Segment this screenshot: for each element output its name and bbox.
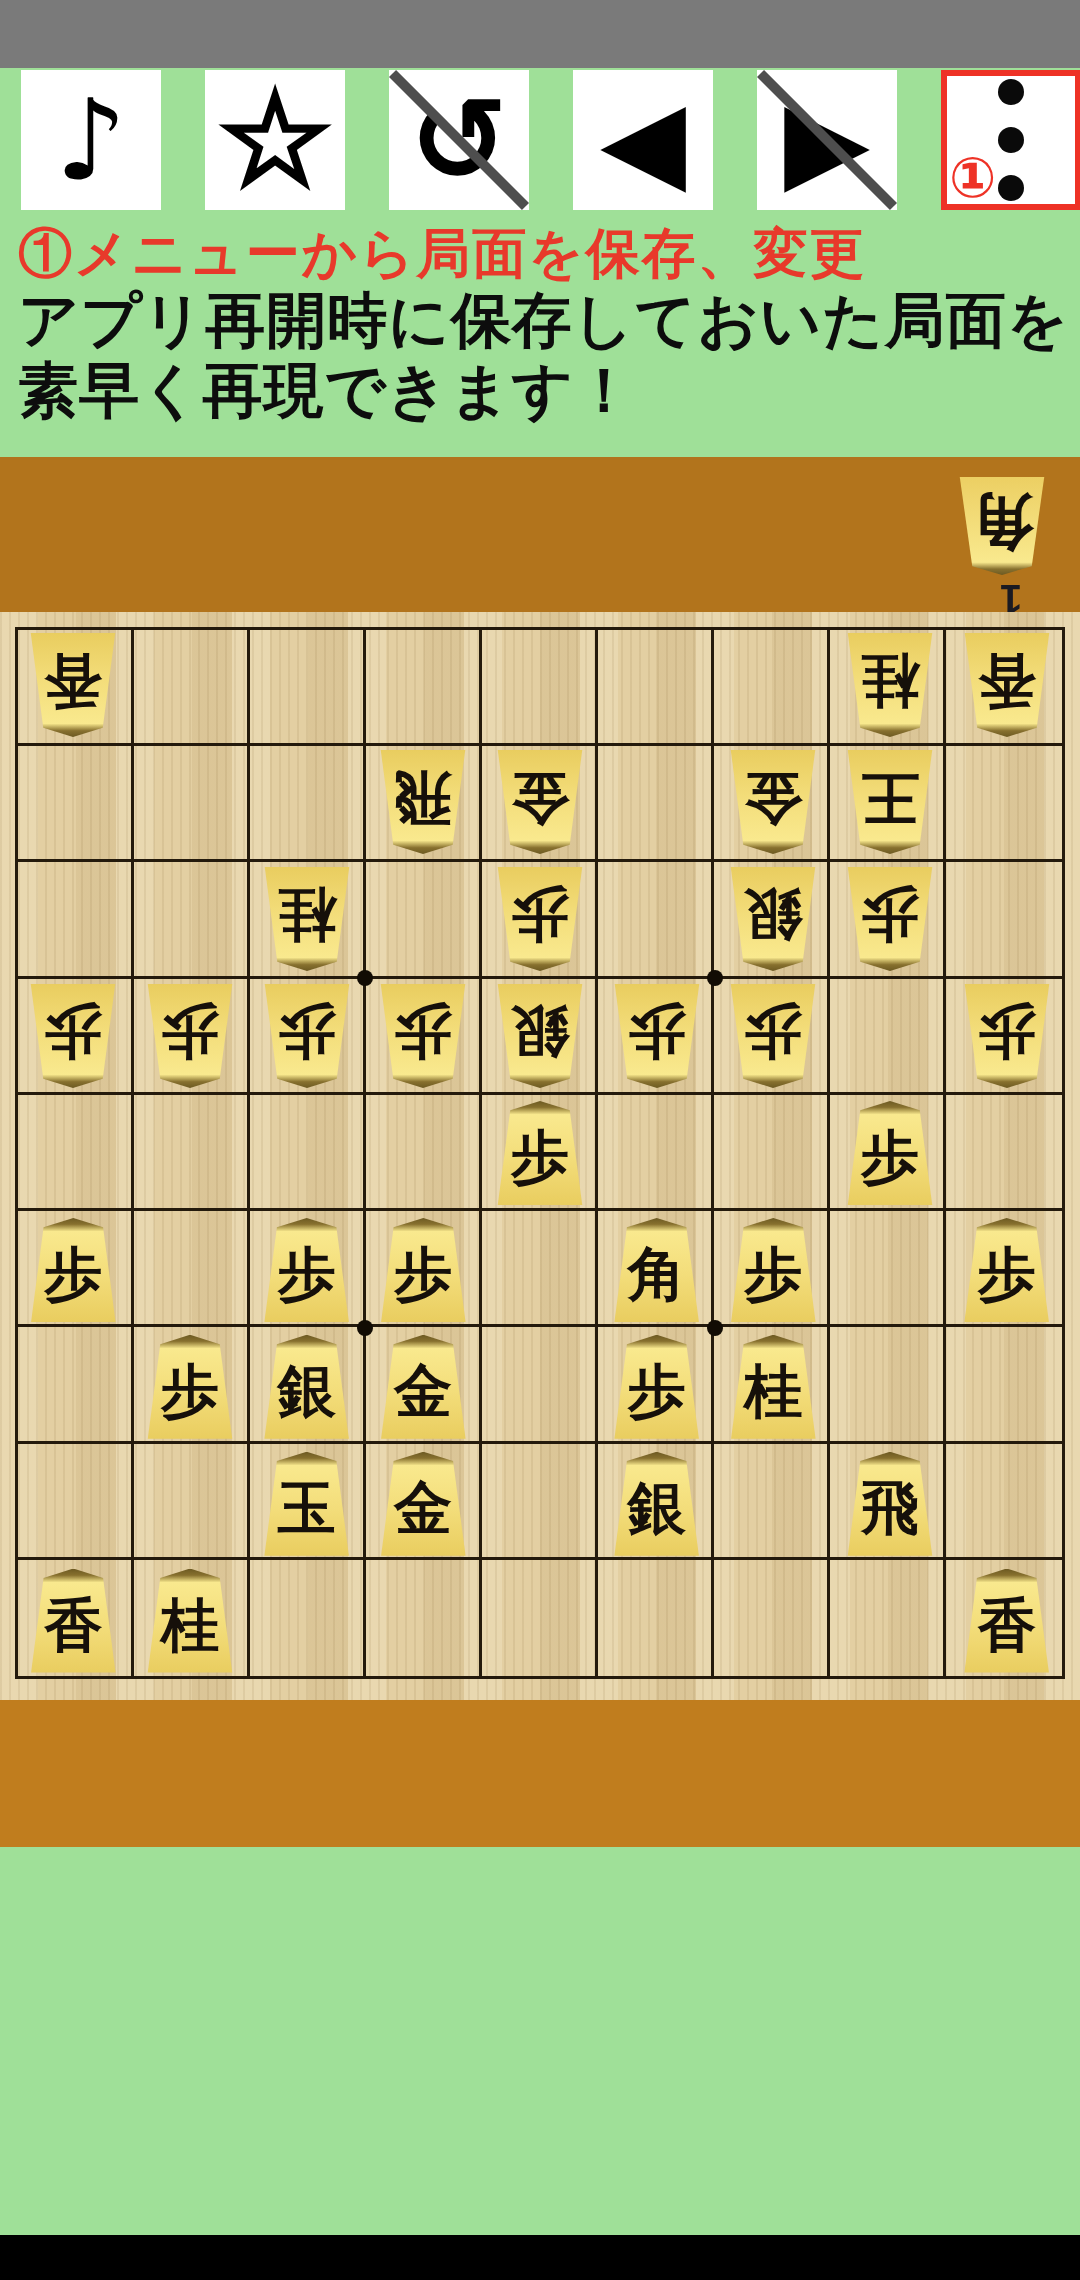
toolbar-button-back[interactable]: ◀ bbox=[573, 70, 713, 210]
gote-piece-香[interactable]: 香 bbox=[25, 633, 121, 737]
sente-piece-桂[interactable]: 桂 bbox=[142, 1569, 238, 1673]
navigation-bar-area bbox=[0, 2235, 1080, 2280]
sente-piece-桂[interactable]: 桂 bbox=[725, 1335, 821, 1439]
toolbar-button-forward[interactable]: ▶ bbox=[757, 70, 897, 210]
gote-piece-王[interactable]: 王 bbox=[842, 750, 938, 854]
menu-step-badge: ① bbox=[949, 150, 996, 206]
tip-line-black-2: 素早く再現できます！ bbox=[18, 356, 1080, 426]
status-bar bbox=[0, 0, 1080, 68]
gote-hand-bishop-piece[interactable]: 角 bbox=[954, 477, 1050, 575]
sente-piece-香[interactable]: 香 bbox=[25, 1569, 121, 1673]
tip-text-block: ①メニューから局面を保存、変更 アプリ再開時に保存しておいた局面を 素早く再現で… bbox=[0, 214, 1080, 457]
sente-piece-銀[interactable]: 銀 bbox=[259, 1335, 355, 1439]
board-pieces-layer: 香桂香飛金金王桂歩銀歩歩歩歩歩銀歩歩歩歩歩歩歩歩角歩歩歩銀金歩桂玉金銀飛香桂香 bbox=[15, 627, 1065, 1679]
piece-kanji: 香 bbox=[978, 652, 1036, 710]
sente-piece-歩[interactable]: 歩 bbox=[959, 1218, 1055, 1322]
gote-piece-歩[interactable]: 歩 bbox=[375, 984, 471, 1088]
piece-kanji: 王 bbox=[861, 769, 919, 827]
piece-kanji: 歩 bbox=[394, 1003, 452, 1061]
piece-kanji: 歩 bbox=[278, 1245, 336, 1303]
piece-kanji: 銀 bbox=[628, 1479, 686, 1537]
piece-kanji: 歩 bbox=[628, 1362, 686, 1420]
piece-kanji: 歩 bbox=[278, 1003, 336, 1061]
piece-kanji: 香 bbox=[978, 1596, 1036, 1654]
sente-piece-金[interactable]: 金 bbox=[375, 1452, 471, 1556]
toolbar: ♪☆↺◀▶① bbox=[0, 68, 1080, 214]
piece-kanji: 金 bbox=[744, 769, 802, 827]
triangle-left-icon: ◀ bbox=[600, 84, 686, 196]
hoshi-dot bbox=[707, 1320, 723, 1336]
piece-kanji: 角 bbox=[628, 1245, 686, 1303]
piece-kanji: 銀 bbox=[511, 1003, 569, 1061]
sente-piece-歩[interactable]: 歩 bbox=[492, 1101, 588, 1205]
gote-piece-歩[interactable]: 歩 bbox=[842, 867, 938, 971]
sente-piece-歩[interactable]: 歩 bbox=[259, 1218, 355, 1322]
sente-piece-銀[interactable]: 銀 bbox=[609, 1452, 705, 1556]
sente-piece-歩[interactable]: 歩 bbox=[25, 1218, 121, 1322]
sente-piece-歩[interactable]: 歩 bbox=[725, 1218, 821, 1322]
gote-hand-tray: 角 1 bbox=[0, 457, 1080, 612]
toolbar-button-menu[interactable]: ① bbox=[941, 70, 1080, 210]
piece-kanji: 歩 bbox=[161, 1003, 219, 1061]
shogi-board: 香桂香飛金金王桂歩銀歩歩歩歩歩銀歩歩歩歩歩歩歩歩角歩歩歩銀金歩桂玉金銀飛香桂香 bbox=[0, 612, 1080, 1700]
piece-kanji: 桂 bbox=[744, 1362, 802, 1420]
sente-hand-tray bbox=[0, 1700, 1080, 1847]
hoshi-dot bbox=[707, 970, 723, 986]
toolbar-button-favorite[interactable]: ☆ bbox=[205, 70, 345, 210]
piece-kanji: 歩 bbox=[511, 1128, 569, 1186]
toolbar-button-sound[interactable]: ♪ bbox=[21, 70, 161, 210]
piece-kanji: 歩 bbox=[861, 886, 919, 944]
gote-piece-飛[interactable]: 飛 bbox=[375, 750, 471, 854]
hoshi-dot bbox=[357, 1320, 373, 1336]
hoshi-dot bbox=[357, 970, 373, 986]
piece-kanji: 桂 bbox=[161, 1596, 219, 1654]
piece-kanji: 玉 bbox=[278, 1479, 336, 1537]
piece-kanji: 金 bbox=[394, 1362, 452, 1420]
piece-kanji: 歩 bbox=[744, 1245, 802, 1303]
piece-kanji: 香 bbox=[44, 652, 102, 710]
sente-piece-歩[interactable]: 歩 bbox=[842, 1101, 938, 1205]
sente-piece-角[interactable]: 角 bbox=[609, 1218, 705, 1322]
piece-kanji: 銀 bbox=[278, 1362, 336, 1420]
gote-piece-歩[interactable]: 歩 bbox=[609, 984, 705, 1088]
gote-piece-金[interactable]: 金 bbox=[492, 750, 588, 854]
sente-piece-歩[interactable]: 歩 bbox=[142, 1335, 238, 1439]
piece-kanji: 飛 bbox=[394, 769, 452, 827]
sente-piece-金[interactable]: 金 bbox=[375, 1335, 471, 1439]
piece-kanji: 歩 bbox=[44, 1003, 102, 1061]
gote-piece-香[interactable]: 香 bbox=[959, 633, 1055, 737]
three-dot-menu-icon bbox=[998, 79, 1024, 201]
toolbar-button-undo[interactable]: ↺ bbox=[389, 70, 529, 210]
gote-piece-歩[interactable]: 歩 bbox=[492, 867, 588, 971]
tip-line-black-1: アプリ再開時に保存しておいた局面を bbox=[18, 286, 1080, 356]
piece-kanji: 金 bbox=[511, 769, 569, 827]
piece-kanji: 歩 bbox=[394, 1245, 452, 1303]
sente-piece-玉[interactable]: 玉 bbox=[259, 1452, 355, 1556]
sente-piece-歩[interactable]: 歩 bbox=[609, 1335, 705, 1439]
gote-piece-銀[interactable]: 銀 bbox=[492, 984, 588, 1088]
piece-kanji: 歩 bbox=[978, 1245, 1036, 1303]
piece-kanji: 桂 bbox=[861, 652, 919, 710]
piece-kanji: 歩 bbox=[511, 886, 569, 944]
piece-kanji: 歩 bbox=[44, 1245, 102, 1303]
gote-piece-桂[interactable]: 桂 bbox=[842, 633, 938, 737]
gote-piece-銀[interactable]: 銀 bbox=[725, 867, 821, 971]
sente-piece-香[interactable]: 香 bbox=[959, 1569, 1055, 1673]
piece-kanji: 歩 bbox=[978, 1003, 1036, 1061]
music-note-icon: ♪ bbox=[55, 84, 126, 196]
piece-kanji: 銀 bbox=[744, 886, 802, 944]
piece-kanji: 飛 bbox=[861, 1479, 919, 1537]
gote-piece-金[interactable]: 金 bbox=[725, 750, 821, 854]
piece-kanji: 歩 bbox=[861, 1128, 919, 1186]
star-icon: ☆ bbox=[218, 76, 333, 204]
piece-kanji: 桂 bbox=[278, 886, 336, 944]
piece-kanji: 歩 bbox=[628, 1003, 686, 1061]
footer-background bbox=[0, 1847, 1080, 2235]
tip-line-red: ①メニューから局面を保存、変更 bbox=[18, 214, 1080, 286]
sente-piece-飛[interactable]: 飛 bbox=[842, 1452, 938, 1556]
piece-kanji: 香 bbox=[44, 1596, 102, 1654]
piece-kanji: 歩 bbox=[744, 1003, 802, 1061]
gote-piece-歩[interactable]: 歩 bbox=[259, 984, 355, 1088]
gote-piece-歩[interactable]: 歩 bbox=[142, 984, 238, 1088]
gote-piece-歩[interactable]: 歩 bbox=[959, 984, 1055, 1088]
gote-piece-桂[interactable]: 桂 bbox=[259, 867, 355, 971]
gote-piece-歩[interactable]: 歩 bbox=[25, 984, 121, 1088]
sente-piece-歩[interactable]: 歩 bbox=[375, 1218, 471, 1322]
gote-hand-bishop-kanji: 角 bbox=[971, 491, 1033, 553]
gote-piece-歩[interactable]: 歩 bbox=[725, 984, 821, 1088]
piece-kanji: 金 bbox=[394, 1479, 452, 1537]
piece-kanji: 歩 bbox=[161, 1362, 219, 1420]
